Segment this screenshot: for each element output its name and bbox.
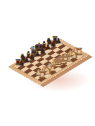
white-pawn: ♟: [72, 47, 79, 55]
black-pawn: ♟: [34, 51, 40, 58]
white-bishop: ♝: [48, 62, 58, 73]
black-queen: ♛: [29, 45, 39, 56]
black-pawn: ♟: [24, 57, 30, 64]
chess-set-photo: ♜♞♝♛♚♝♞♜♟♟♟♟♟♟♟♟♟♟♟♟♟♟♟♟♜♞♝♛♚♝♞♜: [0, 0, 95, 126]
white-rook: ♜: [38, 70, 47, 80]
white-pawn: ♟: [61, 53, 68, 61]
white-pawn: ♟: [67, 50, 74, 58]
black-pawn: ♟: [18, 61, 24, 68]
white-queen: ♛: [52, 57, 64, 70]
white-bishop: ♝: [63, 52, 73, 63]
white-pawn: ♟: [35, 70, 42, 78]
white-pawn: ♟: [46, 63, 53, 71]
black-pawn: ♟: [50, 41, 56, 48]
black-bishop: ♝: [24, 50, 33, 60]
white-king: ♚: [57, 53, 69, 67]
black-pawn: ♟: [29, 54, 35, 61]
black-pawn: ♟: [39, 48, 45, 55]
black-king: ♚: [34, 41, 45, 53]
black-pawn: ♟: [45, 45, 51, 52]
white-pawn: ♟: [56, 57, 63, 65]
black-knight: ♞: [19, 54, 27, 63]
white-knight: ♞: [43, 66, 53, 77]
black-bishop: ♝: [40, 40, 49, 50]
white-pawn: ♟: [40, 66, 47, 74]
white-knight: ♞: [69, 49, 79, 60]
chess-pieces: ♜♞♝♛♚♝♞♜♟♟♟♟♟♟♟♟♟♟♟♟♟♟♟♟♜♞♝♛♚♝♞♜: [0, 0, 95, 126]
black-pawn: ♟: [55, 38, 61, 45]
white-pawn: ♟: [51, 60, 58, 68]
white-rook: ♜: [75, 47, 84, 57]
black-rook: ♜: [51, 35, 58, 43]
black-rook: ♜: [14, 58, 21, 66]
black-knight: ♞: [46, 37, 54, 46]
